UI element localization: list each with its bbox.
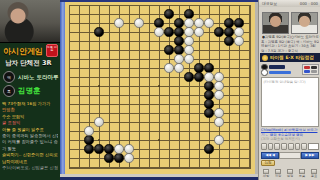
- banner-text: 타이젬 E·X 타임점검: [270, 55, 314, 60]
- black-stone: [84, 135, 93, 144]
- black-stone: [184, 9, 193, 18]
- white-stone: [134, 18, 143, 27]
- link-note: (겨자 수확요청 먼저표시): [261, 137, 319, 141]
- white-stone: [184, 18, 193, 27]
- black-stone: [194, 63, 203, 72]
- bottom-toolbar: 새창저장설정도움종료: [260, 168, 320, 179]
- white-player-stone-icon: 백: [3, 71, 15, 83]
- black-player-name: 김명훈: [18, 86, 41, 96]
- chat-line: 이 커제를 잡아줄수 있느냐 승부: [2, 139, 58, 145]
- info-title-left: 대국정보: [262, 1, 277, 6]
- player-row-black: 흑 김명훈: [3, 85, 41, 97]
- chat-tool-button[interactable]: [295, 143, 301, 150]
- white-stone: [214, 135, 223, 144]
- tool-label: 새창: [263, 174, 269, 178]
- chat-message-list[interactable]: 백 73수현재 16집 가가가안영환수순 보험익글 요청익아들 즐 원굴이 일주…: [0, 99, 60, 180]
- black-stone: [174, 27, 183, 36]
- black-stone: [174, 18, 183, 27]
- white-stone: [114, 144, 123, 153]
- black-stone: [234, 18, 243, 27]
- black-stone: [94, 144, 103, 153]
- tool-icon: [275, 169, 281, 174]
- white-stone: [194, 18, 203, 27]
- white-stone-icon: [261, 69, 268, 76]
- bottom-tool-저장[interactable]: 저장: [275, 169, 281, 179]
- broadcast-screen: 아시안게임 오로 바둑 남자 단체전 3R 백 시바노 토라마루 흑 김명훈 백…: [0, 0, 320, 180]
- tool-icon: [311, 169, 317, 174]
- white-stone: [214, 72, 223, 81]
- share-icon[interactable]: [304, 66, 310, 69]
- tool-icon: [287, 169, 293, 174]
- black-stone: [174, 45, 183, 54]
- black-stone: [204, 144, 213, 153]
- sponsor-banner[interactable]: 타이젬 E·X 타임점검: [260, 53, 320, 62]
- chat-tool-button[interactable]: [281, 143, 287, 150]
- tool-label: 설정: [287, 174, 293, 178]
- request-button[interactable]: 신청: [261, 160, 275, 166]
- player-row-white: 백 시바노 토라마루: [3, 71, 58, 83]
- player-label-right: ○시바노 토라마루 9단: [291, 35, 320, 39]
- player-label-left: ●김명훈 9단(한국): [262, 35, 291, 39]
- black-stone: [164, 45, 173, 54]
- white-stone: [174, 63, 183, 72]
- white-stone: [214, 108, 223, 117]
- bottom-tool-종료[interactable]: 종료: [311, 169, 317, 179]
- black-stone: [224, 18, 233, 27]
- link-lines: Chloe(Mook) ai 바둑분석실 바로가 기 ☞ 클릭 ※수순재생 클릭…: [261, 128, 319, 142]
- share-buttons: [302, 64, 319, 75]
- black-stone: [164, 9, 173, 18]
- black-player-stone-icon: 흑: [3, 85, 15, 97]
- chat-line: 슬벼하기.. 신민준이면 신리로둔: [2, 152, 58, 158]
- system-message: (타이틀전 안내말씀 입니다): [264, 80, 317, 84]
- black-stone: [154, 18, 163, 27]
- black-stone: [114, 153, 123, 162]
- white-stone: [124, 144, 133, 153]
- info-title-right: 000 - 000: [300, 1, 318, 6]
- winrate-bar: [269, 71, 291, 75]
- bottom-tool-새창[interactable]: 새창: [263, 169, 269, 179]
- white-player-name: 시바노 토라마루: [18, 74, 58, 81]
- white-stone: [204, 72, 213, 81]
- event-title: 아시안게임: [3, 46, 43, 57]
- share-icon[interactable]: [311, 66, 317, 69]
- black-stone: [104, 153, 113, 162]
- black-stone: [214, 27, 223, 36]
- winrate-row: [261, 70, 301, 76]
- white-stone: [194, 27, 203, 36]
- white-stone: [184, 27, 193, 36]
- tool-icon: [299, 169, 305, 174]
- room-chat-panel[interactable]: (타이틀전 안내말씀 입니다): [261, 77, 319, 127]
- white-stone: [234, 27, 243, 36]
- black-stone: [224, 27, 233, 36]
- share-icon[interactable]: [304, 70, 310, 73]
- white-stone: [84, 126, 93, 135]
- white-stone: [174, 54, 183, 63]
- white-stone: [234, 36, 243, 45]
- tool-label: 종료: [311, 174, 317, 178]
- nav-forward-button[interactable]: ▶ ▶▶: [301, 152, 319, 159]
- event-subtitle: 남자 단체전 3R: [5, 59, 52, 68]
- winrate-bar: [269, 65, 285, 69]
- black-stone: [224, 36, 233, 45]
- trophy-icon: [262, 55, 268, 61]
- tool-label: 저장: [275, 174, 281, 178]
- black-stone: [94, 27, 103, 36]
- nav-slider[interactable]: [279, 152, 301, 159]
- chat-line: 주)사이버오로, 신입글은 신청으로: [2, 165, 58, 171]
- black-stone: [184, 72, 193, 81]
- white-stone: [204, 18, 213, 27]
- black-stone: [174, 36, 183, 45]
- white-stone: [184, 54, 193, 63]
- white-stone: [124, 153, 133, 162]
- black-stone: [204, 90, 213, 99]
- black-stone: [204, 81, 213, 90]
- black-stone: [104, 144, 113, 153]
- white-stone: [164, 63, 173, 72]
- share-icon[interactable]: [311, 70, 317, 73]
- chat-input[interactable]: [308, 143, 319, 150]
- broadcaster-badge: 오로 바둑: [46, 44, 58, 57]
- game-info-lines: 흑 : 김명훈 9단 (한국) 백 : 시바노 9단제한시간 : 1시간 초읽기…: [261, 40, 319, 53]
- black-stone: [204, 63, 213, 72]
- black-stone: [164, 27, 173, 36]
- black-stone: [84, 144, 93, 153]
- info-title-bar: 대국정보 000 - 000: [259, 0, 320, 7]
- player-photo-left: [262, 12, 289, 34]
- white-stone: [214, 81, 223, 90]
- board-window: [60, 0, 258, 180]
- tool-label: 도움: [299, 174, 305, 178]
- white-stone: [94, 117, 103, 126]
- chat-tool-button[interactable]: [261, 143, 267, 150]
- chat-tool-button[interactable]: [288, 143, 294, 150]
- black-stone: [204, 108, 213, 117]
- white-stone: [184, 36, 193, 45]
- left-sidebar: 아시안게임 오로 바둑 남자 단체전 3R 백 시바노 토라마루 흑 김명훈 백…: [0, 0, 60, 180]
- winrate-bars: [261, 64, 301, 75]
- commentator-webcam: [0, 0, 60, 43]
- chat-tool-button[interactable]: [274, 143, 280, 150]
- white-stone: [214, 117, 223, 126]
- white-stone: [114, 18, 123, 27]
- white-stone: [214, 90, 223, 99]
- black-stone: [194, 72, 203, 81]
- chat-tool-button[interactable]: [301, 143, 307, 150]
- chat-toolbar: [261, 143, 319, 151]
- right-sidebar: 대국정보 000 - 000 ●김명훈 9단(한국) ○시바노 토라마루 9단 …: [258, 0, 320, 180]
- analysis-link[interactable]: Chloe(Mook) ai 바둑분석실 바로가: [261, 128, 319, 133]
- chat-tool-button[interactable]: [268, 143, 274, 150]
- white-stone: [184, 45, 193, 54]
- player-photo-right: [291, 12, 318, 34]
- bottom-tool-도움[interactable]: 도움: [299, 169, 305, 179]
- white-stone: [154, 27, 163, 36]
- window-bottom-edge: [60, 177, 258, 180]
- move-navigation-bar: ◀◀ ◀ ▶ ▶▶: [261, 152, 319, 159]
- tool-icon: [263, 169, 269, 174]
- nav-back-button[interactable]: ◀◀ ◀: [261, 152, 279, 159]
- black-stone: [204, 99, 213, 108]
- go-board[interactable]: [65, 2, 255, 174]
- bottom-tool-설정[interactable]: 설정: [287, 169, 293, 179]
